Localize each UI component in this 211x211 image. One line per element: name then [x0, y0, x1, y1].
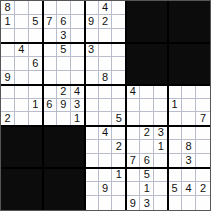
- cell-r5c3[interactable]: [43, 71, 57, 85]
- void-cell-r3c12: [168, 43, 182, 57]
- cell-r7c7[interactable]: [99, 99, 113, 113]
- cell-r6c1[interactable]: [15, 85, 29, 99]
- void-cell-r10c2: [29, 140, 43, 154]
- cell-r13c7[interactable]: 9: [99, 182, 113, 196]
- void-cell-r11c1: [15, 154, 29, 168]
- cell-r0c6[interactable]: [85, 1, 99, 15]
- cell-r14c9[interactable]: 9: [126, 196, 140, 210]
- void-cell-r3c14: [196, 43, 210, 57]
- cell-r7c3[interactable]: 6: [43, 99, 57, 113]
- void-cell-r1c14: [196, 15, 210, 29]
- cell-r13c14[interactable]: 2: [196, 182, 210, 196]
- cell-r6c10[interactable]: [140, 85, 154, 99]
- cell-r1c3[interactable]: 7: [43, 15, 57, 29]
- cell-r2c6[interactable]: [85, 29, 99, 43]
- cell-r2c1[interactable]: [15, 29, 29, 43]
- cell-r1c4[interactable]: 6: [57, 15, 71, 29]
- cell-r9c6[interactable]: [85, 126, 99, 140]
- cell-r7c1[interactable]: [15, 99, 29, 113]
- cell-r6c13[interactable]: [182, 85, 196, 99]
- cell-r6c8[interactable]: [112, 85, 126, 99]
- cell-r12c6[interactable]: [85, 168, 99, 182]
- cell-r4c4[interactable]: [57, 57, 71, 71]
- cell-r7c0[interactable]: [1, 99, 15, 113]
- cell-r10c8[interactable]: 2: [112, 140, 126, 154]
- cell-r7c10[interactable]: [140, 99, 154, 113]
- cell-r3c6[interactable]: 3: [85, 43, 99, 57]
- void-cell-r2c13: [182, 29, 196, 43]
- cell-r6c11[interactable]: [154, 85, 168, 99]
- cell-r11c14[interactable]: [196, 154, 210, 168]
- cell-r11c9[interactable]: 7: [126, 154, 140, 168]
- void-cell-r2c14: [196, 29, 210, 43]
- cell-r7c11[interactable]: [154, 99, 168, 113]
- void-cell-r12c5: [71, 168, 85, 182]
- void-cell-r14c4: [57, 196, 71, 210]
- cell-r3c4[interactable]: 5: [57, 43, 71, 57]
- cell-r13c13[interactable]: 4: [182, 182, 196, 196]
- cell-r13c10[interactable]: 1: [140, 182, 154, 196]
- cell-r5c1[interactable]: [15, 71, 29, 85]
- cell-r11c13[interactable]: 3: [182, 154, 196, 168]
- void-cell-r10c4: [57, 140, 71, 154]
- cell-r4c1[interactable]: [15, 57, 29, 71]
- void-cell-r13c3: [43, 182, 57, 196]
- cell-r6c4[interactable]: 2: [57, 85, 71, 99]
- cell-r4c5[interactable]: [71, 57, 85, 71]
- cell-r6c2[interactable]: [29, 85, 43, 99]
- void-cell-r10c0: [1, 140, 15, 154]
- void-cell-r0c13: [182, 1, 196, 15]
- void-cell-r9c0: [1, 126, 15, 140]
- void-cell-r5c13: [182, 71, 196, 85]
- cell-r8c12[interactable]: [168, 112, 182, 126]
- void-cell-r5c10: [140, 71, 154, 85]
- void-cell-r12c3: [43, 168, 57, 182]
- cell-r10c14[interactable]: [196, 140, 210, 154]
- void-cell-r4c13: [182, 57, 196, 71]
- cell-r13c9[interactable]: [126, 182, 140, 196]
- cell-r4c7[interactable]: [99, 57, 113, 71]
- cell-r8c9[interactable]: [126, 112, 140, 126]
- cell-r7c13[interactable]: [182, 99, 196, 113]
- cell-r1c1[interactable]: [15, 15, 29, 29]
- cell-r10c10[interactable]: [140, 140, 154, 154]
- void-cell-r12c0: [1, 168, 15, 182]
- void-cell-r4c10: [140, 57, 154, 71]
- cell-r13c8[interactable]: [112, 182, 126, 196]
- cell-r0c1[interactable]: [15, 1, 29, 15]
- void-cell-r12c1: [15, 168, 29, 182]
- cell-r9c11[interactable]: 3: [154, 126, 168, 140]
- void-cell-r2c12: [168, 29, 182, 43]
- cell-r8c0[interactable]: 2: [1, 112, 15, 126]
- cell-r12c11[interactable]: [154, 168, 168, 182]
- cell-r8c2[interactable]: [29, 112, 43, 126]
- void-cell-r13c2: [29, 182, 43, 196]
- cell-r9c14[interactable]: [196, 126, 210, 140]
- cell-r9c10[interactable]: 2: [140, 126, 154, 140]
- cell-r13c11[interactable]: [154, 182, 168, 196]
- cell-r5c8[interactable]: [112, 71, 126, 85]
- cell-r2c7[interactable]: [99, 29, 113, 43]
- void-cell-r13c1: [15, 182, 29, 196]
- void-cell-r0c10: [140, 1, 154, 15]
- cell-r11c11[interactable]: [154, 154, 168, 168]
- cell-r7c8[interactable]: [112, 99, 126, 113]
- cell-r5c5[interactable]: [71, 71, 85, 85]
- cell-r2c2[interactable]: [29, 29, 43, 43]
- cell-r8c5[interactable]: 1: [71, 112, 85, 126]
- cell-r2c8[interactable]: [112, 29, 126, 43]
- void-cell-r2c10: [140, 29, 154, 43]
- cell-r5c4[interactable]: [57, 71, 71, 85]
- void-cell-r11c2: [29, 154, 43, 168]
- cell-r0c8[interactable]: [112, 1, 126, 15]
- cell-r4c0[interactable]: [1, 57, 15, 71]
- cell-r9c8[interactable]: [112, 126, 126, 140]
- cell-r12c9[interactable]: [126, 168, 140, 182]
- cell-r8c3[interactable]: [43, 112, 57, 126]
- void-cell-r13c0: [1, 182, 15, 196]
- cell-r1c0[interactable]: 1: [1, 15, 15, 29]
- void-cell-r5c9: [126, 71, 140, 85]
- void-cell-r3c13: [182, 43, 196, 57]
- void-cell-r11c0: [1, 154, 15, 168]
- void-cell-r14c5: [71, 196, 85, 210]
- void-cell-r9c4: [57, 126, 71, 140]
- void-cell-r14c0: [1, 196, 15, 210]
- cell-r6c9[interactable]: 4: [126, 85, 140, 99]
- void-cell-r1c13: [182, 15, 196, 29]
- void-cell-r1c10: [140, 15, 154, 29]
- sudoku-board: 8415769234536982441693121574232187631591…: [0, 0, 211, 211]
- cell-r2c0[interactable]: [1, 29, 15, 43]
- void-cell-r0c11: [154, 1, 168, 15]
- void-cell-r11c5: [71, 154, 85, 168]
- cell-r6c7[interactable]: [99, 85, 113, 99]
- cell-r14c11[interactable]: [154, 196, 168, 210]
- void-cell-r1c9: [126, 15, 140, 29]
- cell-r8c8[interactable]: 5: [112, 112, 126, 126]
- cell-r14c12[interactable]: [168, 196, 182, 210]
- cell-r0c4[interactable]: [57, 1, 71, 15]
- cell-r11c12[interactable]: [168, 154, 182, 168]
- cell-r7c9[interactable]: [126, 99, 140, 113]
- void-cell-r4c9: [126, 57, 140, 71]
- cell-r5c6[interactable]: [85, 71, 99, 85]
- cell-r11c10[interactable]: 6: [140, 154, 154, 168]
- cell-r4c8[interactable]: [112, 57, 126, 71]
- void-cell-r5c11: [154, 71, 168, 85]
- void-cell-r13c4: [57, 182, 71, 196]
- void-cell-r4c12: [168, 57, 182, 71]
- void-cell-r9c2: [29, 126, 43, 140]
- cell-r14c7[interactable]: [99, 196, 113, 210]
- cell-r6c3[interactable]: [43, 85, 57, 99]
- void-cell-r12c2: [29, 168, 43, 182]
- cell-r8c11[interactable]: [154, 112, 168, 126]
- void-cell-r10c1: [15, 140, 29, 154]
- cell-r0c3[interactable]: [43, 1, 57, 15]
- void-cell-r14c2: [29, 196, 43, 210]
- cell-r6c5[interactable]: 4: [71, 85, 85, 99]
- cell-r8c4[interactable]: [57, 112, 71, 126]
- cell-r1c7[interactable]: 2: [99, 15, 113, 29]
- cell-r7c12[interactable]: 1: [168, 99, 182, 113]
- void-cell-r10c5: [71, 140, 85, 154]
- void-cell-r1c12: [168, 15, 182, 29]
- cell-r3c5[interactable]: [71, 43, 85, 57]
- cell-r9c13[interactable]: [182, 126, 196, 140]
- void-cell-r4c14: [196, 57, 210, 71]
- void-cell-r4c11: [154, 57, 168, 71]
- cell-r8c7[interactable]: [99, 112, 113, 126]
- cell-r2c4[interactable]: 3: [57, 29, 71, 43]
- cell-r10c6[interactable]: [85, 140, 99, 154]
- cell-r12c13[interactable]: [182, 168, 196, 182]
- cell-r8c6[interactable]: [85, 112, 99, 126]
- void-cell-r9c5: [71, 126, 85, 140]
- void-cell-r2c9: [126, 29, 140, 43]
- cell-r7c6[interactable]: [85, 99, 99, 113]
- cell-r9c12[interactable]: [168, 126, 182, 140]
- cell-r12c7[interactable]: [99, 168, 113, 182]
- cell-r11c6[interactable]: [85, 154, 99, 168]
- cell-r7c2[interactable]: 1: [29, 99, 43, 113]
- cell-r0c2[interactable]: [29, 1, 43, 15]
- void-cell-r13c5: [71, 182, 85, 196]
- cell-r5c7[interactable]: 8: [99, 71, 113, 85]
- void-cell-r12c4: [57, 168, 71, 182]
- cell-r9c9[interactable]: [126, 126, 140, 140]
- cell-r5c0[interactable]: 9: [1, 71, 15, 85]
- cell-r10c9[interactable]: [126, 140, 140, 154]
- cell-r12c14[interactable]: [196, 168, 210, 182]
- cell-r0c0[interactable]: 8: [1, 1, 15, 15]
- void-cell-r3c10: [140, 43, 154, 57]
- void-cell-r9c3: [43, 126, 57, 140]
- cell-r14c6[interactable]: [85, 196, 99, 210]
- cell-r10c13[interactable]: 8: [182, 140, 196, 154]
- cell-r5c2[interactable]: [29, 71, 43, 85]
- cell-r12c8[interactable]: 1: [112, 168, 126, 182]
- cell-r10c7[interactable]: [99, 140, 113, 154]
- cell-r11c8[interactable]: [112, 154, 126, 168]
- void-cell-r14c3: [43, 196, 57, 210]
- void-cell-r14c1: [15, 196, 29, 210]
- cell-r1c6[interactable]: 9: [85, 15, 99, 29]
- cell-r7c14[interactable]: [196, 99, 210, 113]
- cell-r14c8[interactable]: [112, 196, 126, 210]
- cell-r3c1[interactable]: 4: [15, 43, 29, 57]
- cell-r4c6[interactable]: [85, 57, 99, 71]
- cell-r6c0[interactable]: [1, 85, 15, 99]
- void-cell-r5c14: [196, 71, 210, 85]
- cell-r8c13[interactable]: [182, 112, 196, 126]
- void-cell-r3c9: [126, 43, 140, 57]
- void-cell-r0c12: [168, 1, 182, 15]
- cell-r7c4[interactable]: 9: [57, 99, 71, 113]
- cell-r8c14[interactable]: 7: [196, 112, 210, 126]
- cell-r12c10[interactable]: 5: [140, 168, 154, 182]
- cell-r1c2[interactable]: 5: [29, 15, 43, 29]
- void-cell-r11c4: [57, 154, 71, 168]
- cell-r0c5[interactable]: [71, 1, 85, 15]
- cell-r12c12[interactable]: [168, 168, 182, 182]
- cell-r6c14[interactable]: [196, 85, 210, 99]
- cell-r14c13[interactable]: [182, 196, 196, 210]
- cell-r0c7[interactable]: 4: [99, 1, 113, 15]
- cell-r6c6[interactable]: [85, 85, 99, 99]
- cell-r3c2[interactable]: [29, 43, 43, 57]
- cell-r7c5[interactable]: 3: [71, 99, 85, 113]
- cell-r4c3[interactable]: [43, 57, 57, 71]
- cell-r3c8[interactable]: [112, 43, 126, 57]
- cell-r10c11[interactable]: 1: [154, 140, 168, 154]
- cell-grid: 8415769234536982441693121574232187631591…: [1, 1, 210, 210]
- cell-r1c5[interactable]: [71, 15, 85, 29]
- cell-r6c12[interactable]: [168, 85, 182, 99]
- cell-r8c10[interactable]: [140, 112, 154, 126]
- void-cell-r5c12: [168, 71, 182, 85]
- void-cell-r10c3: [43, 140, 57, 154]
- cell-r11c7[interactable]: [99, 154, 113, 168]
- cell-r1c8[interactable]: [112, 15, 126, 29]
- cell-r3c7[interactable]: [99, 43, 113, 57]
- cell-r4c2[interactable]: 6: [29, 57, 43, 71]
- void-cell-r0c9: [126, 1, 140, 15]
- void-cell-r3c11: [154, 43, 168, 57]
- void-cell-r9c1: [15, 126, 29, 140]
- void-cell-r2c11: [154, 29, 168, 43]
- cell-r9c7[interactable]: 4: [99, 126, 113, 140]
- cell-r13c6[interactable]: [85, 182, 99, 196]
- cell-r13c12[interactable]: 5: [168, 182, 182, 196]
- cell-r8c1[interactable]: [15, 112, 29, 126]
- cell-r2c3[interactable]: [43, 29, 57, 43]
- void-cell-r0c14: [196, 1, 210, 15]
- cell-r2c5[interactable]: [71, 29, 85, 43]
- cell-r3c3[interactable]: [43, 43, 57, 57]
- cell-r3c0[interactable]: [1, 43, 15, 57]
- void-cell-r11c3: [43, 154, 57, 168]
- cell-r10c12[interactable]: [168, 140, 182, 154]
- cell-r14c10[interactable]: 3: [140, 196, 154, 210]
- cell-r14c14[interactable]: [196, 196, 210, 210]
- void-cell-r1c11: [154, 15, 168, 29]
